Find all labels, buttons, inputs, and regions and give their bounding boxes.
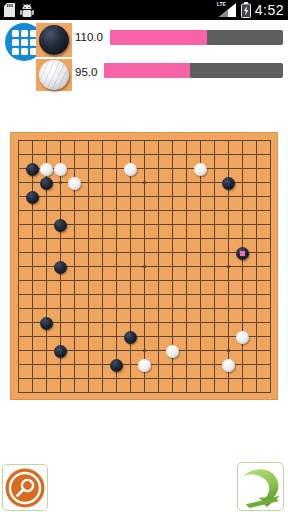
board-cell[interactable]: [151, 203, 165, 217]
board-cell[interactable]: [165, 287, 179, 301]
board-cell[interactable]: [53, 273, 67, 287]
board-cell[interactable]: [263, 343, 277, 357]
board-cell[interactable]: [67, 301, 81, 315]
board-cell[interactable]: [221, 315, 235, 329]
board-cell[interactable]: [249, 203, 263, 217]
board-cell[interactable]: [39, 245, 53, 259]
board-cell[interactable]: [81, 357, 95, 371]
board-cell[interactable]: [137, 343, 151, 357]
board-cell[interactable]: [179, 329, 193, 343]
board-cell[interactable]: [67, 147, 81, 161]
board-cell[interactable]: [39, 371, 53, 385]
board-cell[interactable]: [235, 231, 249, 245]
board-cell[interactable]: [207, 343, 221, 357]
board-cell[interactable]: [165, 161, 179, 175]
board-cell[interactable]: [165, 343, 179, 357]
board-cell[interactable]: [95, 343, 109, 357]
board-cell[interactable]: [123, 371, 137, 385]
board-cell[interactable]: [109, 357, 123, 371]
board-cell[interactable]: [263, 329, 277, 343]
board-cell[interactable]: [235, 161, 249, 175]
board-cell[interactable]: [179, 231, 193, 245]
board-cell[interactable]: [81, 385, 95, 399]
board-cell[interactable]: [95, 203, 109, 217]
board-cell[interactable]: [179, 217, 193, 231]
board-cell[interactable]: [221, 273, 235, 287]
board-cell[interactable]: [11, 203, 25, 217]
arrow-button[interactable]: [237, 462, 284, 511]
board-cell[interactable]: [53, 245, 67, 259]
board-cell[interactable]: [39, 385, 53, 399]
board-cell[interactable]: [25, 301, 39, 315]
board-cell[interactable]: [81, 371, 95, 385]
board-cell[interactable]: [109, 371, 123, 385]
board-cell[interactable]: [137, 385, 151, 399]
board-cell[interactable]: [109, 203, 123, 217]
board-cell[interactable]: [25, 189, 39, 203]
board-cell[interactable]: [151, 371, 165, 385]
board-cell[interactable]: [53, 231, 67, 245]
board-cell[interactable]: [39, 343, 53, 357]
board-cell[interactable]: [95, 231, 109, 245]
board-cell[interactable]: [123, 133, 137, 147]
board-cell[interactable]: [67, 287, 81, 301]
board-cell[interactable]: [81, 273, 95, 287]
board-cell[interactable]: [165, 273, 179, 287]
board-cell[interactable]: [263, 385, 277, 399]
board-cell[interactable]: [137, 301, 151, 315]
board-cell[interactable]: [263, 287, 277, 301]
board-cell[interactable]: [81, 315, 95, 329]
board-cell[interactable]: [165, 217, 179, 231]
board-cell[interactable]: [151, 245, 165, 259]
board-cell[interactable]: [263, 189, 277, 203]
board-cell[interactable]: [221, 133, 235, 147]
board-cell[interactable]: [221, 231, 235, 245]
board-cell[interactable]: [179, 147, 193, 161]
board-cell[interactable]: [179, 133, 193, 147]
board-cell[interactable]: [67, 189, 81, 203]
board-cell[interactable]: [25, 217, 39, 231]
board-cell[interactable]: [81, 287, 95, 301]
board-cell[interactable]: [249, 315, 263, 329]
board-cell[interactable]: [165, 315, 179, 329]
board-cell[interactable]: [221, 385, 235, 399]
board-cell[interactable]: [67, 203, 81, 217]
board-cell[interactable]: [249, 343, 263, 357]
board-cell[interactable]: [263, 273, 277, 287]
board-cell[interactable]: [193, 315, 207, 329]
board-cell[interactable]: [165, 245, 179, 259]
board-cell[interactable]: [235, 301, 249, 315]
board-cell[interactable]: [193, 231, 207, 245]
board-cell[interactable]: [151, 217, 165, 231]
board-cell[interactable]: [11, 385, 25, 399]
board-cell[interactable]: [165, 231, 179, 245]
board-cell[interactable]: [11, 189, 25, 203]
board-cell[interactable]: [207, 217, 221, 231]
board-cell[interactable]: [151, 259, 165, 273]
board-cell[interactable]: [207, 161, 221, 175]
board-cell[interactable]: [221, 161, 235, 175]
board-cell[interactable]: [95, 133, 109, 147]
board-cell[interactable]: [193, 259, 207, 273]
board-cell[interactable]: [53, 343, 67, 357]
board-cell[interactable]: [193, 329, 207, 343]
board-cell[interactable]: [95, 315, 109, 329]
board-cell[interactable]: [39, 175, 53, 189]
board-cell[interactable]: [39, 217, 53, 231]
board-cell[interactable]: [221, 259, 235, 273]
board-cell[interactable]: [123, 217, 137, 231]
board-cell[interactable]: [25, 175, 39, 189]
board-cell[interactable]: [207, 189, 221, 203]
board-cell[interactable]: [67, 329, 81, 343]
board-cell[interactable]: [263, 371, 277, 385]
board-cell[interactable]: [67, 259, 81, 273]
board-cell[interactable]: [39, 273, 53, 287]
board-cell[interactable]: [11, 371, 25, 385]
board-cell[interactable]: [67, 133, 81, 147]
board-cell[interactable]: [11, 133, 25, 147]
board-cell[interactable]: [137, 329, 151, 343]
board-cell[interactable]: [39, 189, 53, 203]
board-cell[interactable]: [165, 385, 179, 399]
board-cell[interactable]: [221, 357, 235, 371]
board-cell[interactable]: [25, 147, 39, 161]
board-cell[interactable]: [179, 301, 193, 315]
board-cell[interactable]: [235, 343, 249, 357]
board-cell[interactable]: [221, 245, 235, 259]
board-cell[interactable]: [25, 245, 39, 259]
board-cell[interactable]: [137, 315, 151, 329]
board-cell[interactable]: [207, 357, 221, 371]
board-cell[interactable]: [151, 357, 165, 371]
board-cell[interactable]: [123, 231, 137, 245]
board-cell[interactable]: [109, 343, 123, 357]
board-cell[interactable]: [193, 273, 207, 287]
board-cell[interactable]: [235, 189, 249, 203]
board-cell[interactable]: [109, 301, 123, 315]
board-cell[interactable]: [95, 259, 109, 273]
board-cell[interactable]: [39, 315, 53, 329]
board-cell[interactable]: [67, 315, 81, 329]
board-cell[interactable]: [151, 301, 165, 315]
board-cell[interactable]: [151, 287, 165, 301]
board-cell[interactable]: [39, 259, 53, 273]
board-cell[interactable]: [235, 203, 249, 217]
board-cell[interactable]: [81, 301, 95, 315]
board-cell[interactable]: [235, 217, 249, 231]
board-cell[interactable]: [109, 133, 123, 147]
board-cell[interactable]: [137, 273, 151, 287]
board-cell[interactable]: [95, 287, 109, 301]
board-cell[interactable]: [67, 343, 81, 357]
board-cell[interactable]: [179, 287, 193, 301]
board-cell[interactable]: [207, 287, 221, 301]
board-cell[interactable]: [263, 161, 277, 175]
board-cell[interactable]: [123, 245, 137, 259]
board-cell[interactable]: [67, 161, 81, 175]
board-cell[interactable]: [11, 343, 25, 357]
board-cell[interactable]: [137, 133, 151, 147]
board-cell[interactable]: [67, 357, 81, 371]
board-cell[interactable]: [67, 273, 81, 287]
board-cell[interactable]: [11, 231, 25, 245]
board-cell[interactable]: [53, 357, 67, 371]
board-cell[interactable]: [235, 273, 249, 287]
board-cell[interactable]: [249, 329, 263, 343]
board-cell[interactable]: [263, 175, 277, 189]
board-cell[interactable]: [179, 385, 193, 399]
board-cell[interactable]: [207, 175, 221, 189]
board-cell[interactable]: [137, 147, 151, 161]
board-cell[interactable]: [53, 175, 67, 189]
board-cell[interactable]: [151, 175, 165, 189]
board-cell[interactable]: [249, 371, 263, 385]
board-cell[interactable]: [249, 259, 263, 273]
board-cell[interactable]: [263, 245, 277, 259]
board-cell[interactable]: [123, 385, 137, 399]
board-cell[interactable]: [263, 133, 277, 147]
board-cell[interactable]: [53, 301, 67, 315]
board-cell[interactable]: [151, 161, 165, 175]
board-cell[interactable]: [151, 133, 165, 147]
board-cell[interactable]: [53, 133, 67, 147]
board-cell[interactable]: [235, 371, 249, 385]
board-cell[interactable]: [95, 357, 109, 371]
board-cell[interactable]: [25, 385, 39, 399]
board-cell[interactable]: [25, 203, 39, 217]
board-cell[interactable]: [25, 343, 39, 357]
board-cell[interactable]: [193, 245, 207, 259]
board-cell[interactable]: [263, 217, 277, 231]
board-cell[interactable]: [165, 301, 179, 315]
board-cell[interactable]: [11, 357, 25, 371]
board-cell[interactable]: [137, 189, 151, 203]
board-cell[interactable]: [53, 259, 67, 273]
board-cell[interactable]: [109, 217, 123, 231]
board-cell[interactable]: [95, 273, 109, 287]
board-cell[interactable]: [235, 245, 249, 259]
board-cell[interactable]: [193, 357, 207, 371]
board-cell[interactable]: [179, 343, 193, 357]
board-cell[interactable]: [123, 161, 137, 175]
board-cell[interactable]: [11, 301, 25, 315]
board-cell[interactable]: [221, 343, 235, 357]
board-cell[interactable]: [151, 385, 165, 399]
board-cell[interactable]: [151, 189, 165, 203]
board-cell[interactable]: [11, 315, 25, 329]
board-cell[interactable]: [53, 217, 67, 231]
board-cell[interactable]: [179, 259, 193, 273]
board-cell[interactable]: [53, 203, 67, 217]
board-cell[interactable]: [53, 189, 67, 203]
board-cell[interactable]: [137, 217, 151, 231]
board-cell[interactable]: [95, 147, 109, 161]
board-cell[interactable]: [81, 259, 95, 273]
board-cell[interactable]: [25, 231, 39, 245]
board-cell[interactable]: [221, 329, 235, 343]
board-cell[interactable]: [25, 133, 39, 147]
board-cell[interactable]: [249, 231, 263, 245]
board-cell[interactable]: [123, 203, 137, 217]
board-cell[interactable]: [165, 189, 179, 203]
board-cell[interactable]: [11, 161, 25, 175]
board-cell[interactable]: [11, 259, 25, 273]
board-cell[interactable]: [263, 231, 277, 245]
board-cell[interactable]: [193, 371, 207, 385]
board-cell[interactable]: [81, 189, 95, 203]
board-cell[interactable]: [25, 161, 39, 175]
board-cell[interactable]: [263, 301, 277, 315]
board-cell[interactable]: [53, 315, 67, 329]
board-cell[interactable]: [81, 231, 95, 245]
board-cell[interactable]: [123, 175, 137, 189]
board-cell[interactable]: [137, 259, 151, 273]
board-cell[interactable]: [25, 287, 39, 301]
board-cell[interactable]: [207, 329, 221, 343]
board-cell[interactable]: [193, 343, 207, 357]
board-cell[interactable]: [11, 329, 25, 343]
board-cell[interactable]: [249, 287, 263, 301]
board-cell[interactable]: [137, 161, 151, 175]
board-cell[interactable]: [263, 315, 277, 329]
board-cell[interactable]: [235, 133, 249, 147]
board-cell[interactable]: [53, 287, 67, 301]
board-cell[interactable]: [221, 217, 235, 231]
board-cell[interactable]: [207, 301, 221, 315]
board-cell[interactable]: [11, 147, 25, 161]
board-cell[interactable]: [109, 329, 123, 343]
board-cell[interactable]: [193, 217, 207, 231]
board-cell[interactable]: [179, 371, 193, 385]
board-cell[interactable]: [81, 245, 95, 259]
board-cell[interactable]: [165, 203, 179, 217]
board-cell[interactable]: [263, 357, 277, 371]
board-cell[interactable]: [235, 357, 249, 371]
board-cell[interactable]: [137, 245, 151, 259]
board-cell[interactable]: [81, 175, 95, 189]
board-cell[interactable]: [151, 231, 165, 245]
board-cell[interactable]: [81, 133, 95, 147]
board-cell[interactable]: [95, 371, 109, 385]
board-cell[interactable]: [67, 245, 81, 259]
board-cell[interactable]: [179, 161, 193, 175]
board-cell[interactable]: [25, 329, 39, 343]
board-cell[interactable]: [109, 315, 123, 329]
board-cell[interactable]: [39, 357, 53, 371]
board-cell[interactable]: [221, 189, 235, 203]
board-cell[interactable]: [109, 245, 123, 259]
board-cell[interactable]: [165, 259, 179, 273]
board-cell[interactable]: [39, 133, 53, 147]
board-cell[interactable]: [81, 147, 95, 161]
board-cell[interactable]: [95, 329, 109, 343]
board-cell[interactable]: [151, 273, 165, 287]
board-cell[interactable]: [123, 147, 137, 161]
board-cell[interactable]: [25, 259, 39, 273]
board-cell[interactable]: [95, 301, 109, 315]
magnifier-button[interactable]: [2, 464, 48, 511]
board-cell[interactable]: [179, 245, 193, 259]
board-cell[interactable]: [235, 259, 249, 273]
board-cell[interactable]: [123, 287, 137, 301]
board-cell[interactable]: [263, 203, 277, 217]
board-cell[interactable]: [25, 315, 39, 329]
board-cell[interactable]: [95, 385, 109, 399]
board-cell[interactable]: [249, 357, 263, 371]
board-cell[interactable]: [39, 147, 53, 161]
board-cell[interactable]: [165, 175, 179, 189]
board-cell[interactable]: [67, 175, 81, 189]
board-cell[interactable]: [179, 357, 193, 371]
board-cell[interactable]: [207, 371, 221, 385]
board-cell[interactable]: [109, 385, 123, 399]
board-cell[interactable]: [179, 315, 193, 329]
board-cell[interactable]: [123, 329, 137, 343]
board-cell[interactable]: [81, 343, 95, 357]
board-cell[interactable]: [123, 301, 137, 315]
board-cell[interactable]: [207, 245, 221, 259]
board-cell[interactable]: [193, 147, 207, 161]
board-cell[interactable]: [25, 371, 39, 385]
board-cell[interactable]: [249, 175, 263, 189]
board-cell[interactable]: [249, 189, 263, 203]
board-cell[interactable]: [263, 259, 277, 273]
board-cell[interactable]: [249, 133, 263, 147]
board-cell[interactable]: [109, 231, 123, 245]
board-cell[interactable]: [109, 273, 123, 287]
board-cell[interactable]: [165, 371, 179, 385]
board-cell[interactable]: [11, 175, 25, 189]
board-cell[interactable]: [193, 287, 207, 301]
board-cell[interactable]: [193, 175, 207, 189]
board-cell[interactable]: [67, 231, 81, 245]
board-cell[interactable]: [179, 189, 193, 203]
board-cell[interactable]: [221, 287, 235, 301]
board-cell[interactable]: [235, 147, 249, 161]
board-cell[interactable]: [151, 147, 165, 161]
board-cell[interactable]: [95, 175, 109, 189]
board-cell[interactable]: [95, 217, 109, 231]
board-cell[interactable]: [137, 287, 151, 301]
board-cell[interactable]: [207, 273, 221, 287]
board-cell[interactable]: [165, 329, 179, 343]
board-cell[interactable]: [193, 161, 207, 175]
board-cell[interactable]: [249, 301, 263, 315]
board-cell[interactable]: [249, 147, 263, 161]
board-cell[interactable]: [39, 231, 53, 245]
board-cell[interactable]: [221, 301, 235, 315]
board-cell[interactable]: [221, 147, 235, 161]
board-cell[interactable]: [67, 371, 81, 385]
board-cell[interactable]: [67, 385, 81, 399]
board-cell[interactable]: [53, 385, 67, 399]
board-cell[interactable]: [81, 161, 95, 175]
board-cell[interactable]: [109, 189, 123, 203]
board-cell[interactable]: [249, 217, 263, 231]
board-cell[interactable]: [221, 175, 235, 189]
board-cell[interactable]: [193, 385, 207, 399]
board-cell[interactable]: [165, 147, 179, 161]
board-cell[interactable]: [11, 287, 25, 301]
board-cell[interactable]: [165, 357, 179, 371]
board-cell[interactable]: [249, 273, 263, 287]
board-cell[interactable]: [53, 161, 67, 175]
board-cell[interactable]: [39, 161, 53, 175]
board-cell[interactable]: [81, 203, 95, 217]
